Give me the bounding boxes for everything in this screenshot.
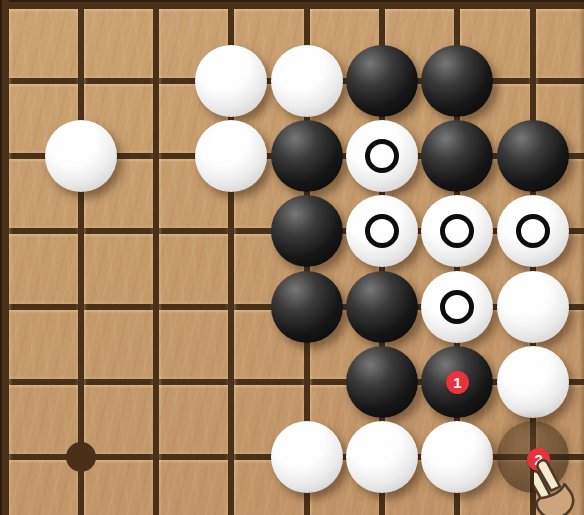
circle-marker-icon	[365, 139, 399, 173]
white-stone	[497, 346, 569, 418]
grid-line-vertical	[153, 0, 159, 515]
white-stone	[195, 120, 267, 192]
board-right-shade	[579, 0, 584, 515]
black-stone	[271, 120, 343, 192]
move-number-badge: 1	[446, 371, 469, 394]
black-stone-move-1: 1	[421, 346, 493, 418]
black-stone	[346, 346, 418, 418]
go-board[interactable]: 12	[0, 0, 584, 515]
white-stone-marked	[346, 195, 418, 267]
board-edge-top	[0, 0, 584, 9]
circle-marker-icon	[365, 214, 399, 248]
white-stone	[45, 120, 117, 192]
black-stone	[421, 45, 493, 117]
white-stone	[195, 45, 267, 117]
white-stone	[497, 271, 569, 343]
board-edge-left	[0, 0, 9, 515]
black-stone	[346, 271, 418, 343]
circle-marker-icon	[440, 214, 474, 248]
white-stone	[421, 421, 493, 493]
circle-marker-icon	[516, 214, 550, 248]
white-stone-marked	[497, 195, 569, 267]
white-stone-marked	[421, 271, 493, 343]
black-stone	[497, 120, 569, 192]
go-puzzle-screen: 12	[0, 0, 584, 515]
black-stone	[271, 195, 343, 267]
white-stone	[271, 421, 343, 493]
black-stone	[271, 271, 343, 343]
tap-hand-icon	[534, 459, 584, 515]
circle-marker-icon	[440, 290, 474, 324]
grid-line-vertical	[78, 0, 84, 515]
white-stone	[271, 45, 343, 117]
black-stone	[346, 45, 418, 117]
star-point	[66, 442, 96, 472]
white-stone-marked	[346, 120, 418, 192]
black-stone	[421, 120, 493, 192]
white-stone-marked	[421, 195, 493, 267]
white-stone	[346, 421, 418, 493]
